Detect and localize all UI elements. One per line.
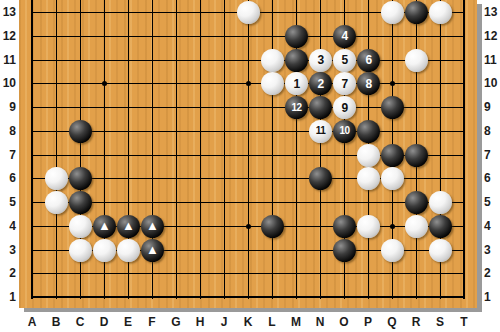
row-label-right-6: 6 (484, 170, 500, 186)
row-label-right-7: 7 (484, 147, 500, 163)
stone-C8-black (69, 120, 92, 143)
row-label-right-11: 11 (484, 52, 500, 68)
grid-line-col-J (224, 0, 225, 299)
move-number-4: 4 (341, 30, 347, 42)
grid-line-col-H (200, 0, 201, 299)
col-label-H: H (191, 314, 209, 330)
hoshi-point-Q4 (390, 224, 395, 229)
triangle-mark-icon: ▲ (146, 219, 159, 232)
move-number-10: 10 (339, 126, 349, 136)
col-label-Q: Q (383, 314, 401, 330)
stone-N9-black (309, 96, 332, 119)
col-label-J: J (215, 314, 233, 330)
grid-line-col-L (272, 0, 273, 299)
row-label-right-8: 8 (484, 123, 500, 139)
stone-P4-white (357, 215, 380, 238)
row-label-left-1: 1 (0, 289, 16, 305)
stone-B5-white (45, 191, 68, 214)
col-label-G: G (167, 314, 185, 330)
stone-O3-black (333, 239, 356, 262)
move-number-1: 1 (293, 78, 299, 90)
stone-D3-white (93, 239, 116, 262)
col-label-N: N (311, 314, 329, 330)
stone-N11-white: 3 (309, 49, 332, 72)
move-number-6: 6 (365, 54, 371, 66)
stone-Q13-white (381, 1, 404, 24)
row-label-right-9: 9 (484, 99, 500, 115)
col-label-K: K (239, 314, 257, 330)
stone-F3-black: ▲ (141, 239, 164, 262)
col-label-B: B (47, 314, 65, 330)
row-label-left-3: 3 (0, 242, 16, 258)
move-number-12: 12 (291, 103, 301, 113)
stone-O8-black: 10 (333, 120, 356, 143)
stone-P7-white (357, 144, 380, 167)
stone-L11-white (261, 49, 284, 72)
move-number-8: 8 (365, 78, 371, 90)
triangle-mark-icon: ▲ (122, 219, 135, 232)
row-label-right-1: 1 (484, 289, 500, 305)
stone-R4-white (405, 215, 428, 238)
grid-line-col-A (31, 0, 33, 299)
stone-N8-white: 11 (309, 120, 332, 143)
move-number-2: 2 (317, 78, 323, 90)
stone-R13-black (405, 1, 428, 24)
grid-line-col-K (248, 0, 249, 299)
stone-O9-white: 9 (333, 96, 356, 119)
row-label-right-5: 5 (484, 194, 500, 210)
stone-Q3-white (381, 239, 404, 262)
stone-Q9-black (381, 96, 404, 119)
row-label-left-2: 2 (0, 265, 16, 281)
move-number-9: 9 (341, 102, 347, 114)
grid-line-row-2 (31, 273, 465, 274)
stone-S13-white (429, 1, 452, 24)
col-label-C: C (71, 314, 89, 330)
col-label-D: D (95, 314, 113, 330)
grid-line-row-11 (31, 60, 465, 61)
col-label-M: M (287, 314, 305, 330)
stone-O12-black: 4 (333, 25, 356, 48)
move-number-7: 7 (341, 78, 347, 90)
row-label-right-13: 13 (484, 4, 500, 20)
row-label-left-9: 9 (0, 99, 16, 115)
row-label-left-13: 13 (0, 4, 16, 20)
row-label-left-10: 10 (0, 75, 16, 91)
stone-O4-black (333, 215, 356, 238)
col-label-A: A (23, 314, 41, 330)
grid-line-col-G (176, 0, 177, 299)
move-number-11: 11 (316, 126, 326, 136)
stone-S4-black (429, 215, 452, 238)
stone-R5-black (405, 191, 428, 214)
stone-S5-white (429, 191, 452, 214)
stone-E4-black: ▲ (117, 215, 140, 238)
row-label-right-2: 2 (484, 265, 500, 281)
triangle-mark-icon: ▲ (146, 243, 159, 256)
row-label-right-12: 12 (484, 28, 500, 44)
row-label-left-11: 11 (0, 52, 16, 68)
stone-C3-white (69, 239, 92, 262)
move-number-5: 5 (341, 54, 347, 66)
grid-line-col-B (56, 0, 57, 299)
grid-line-row-5 (31, 202, 465, 203)
stone-Q7-black (381, 144, 404, 167)
stone-C4-white (69, 215, 92, 238)
col-label-L: L (263, 314, 281, 330)
row-label-left-6: 6 (0, 170, 16, 186)
stone-C5-black (69, 191, 92, 214)
stone-R7-black (405, 144, 428, 167)
row-label-right-3: 3 (484, 242, 500, 258)
col-label-R: R (407, 314, 425, 330)
stone-E3-white (117, 239, 140, 262)
col-label-T: T (455, 314, 473, 330)
col-label-S: S (431, 314, 449, 330)
stone-P11-black: 6 (357, 49, 380, 72)
col-label-E: E (119, 314, 137, 330)
stone-K13-white (237, 1, 260, 24)
grid-line-row-12 (31, 36, 465, 37)
row-label-right-10: 10 (484, 75, 500, 91)
stone-M12-black (285, 25, 308, 48)
go-diagram: 435612781291110▲▲▲▲ 13121110987654321 13… (0, 0, 500, 332)
stone-L4-black (261, 215, 284, 238)
row-label-left-5: 5 (0, 194, 16, 210)
col-label-P: P (359, 314, 377, 330)
col-label-F: F (143, 314, 161, 330)
triangle-mark-icon: ▲ (98, 219, 111, 232)
row-label-left-8: 8 (0, 123, 16, 139)
move-number-3: 3 (317, 54, 323, 66)
stone-M9-black: 12 (285, 96, 308, 119)
hoshi-point-K4 (246, 224, 251, 229)
stone-P8-black (357, 120, 380, 143)
stone-R11-white (405, 49, 428, 72)
row-label-left-4: 4 (0, 218, 16, 234)
grid-line-col-N (320, 0, 321, 299)
stone-O11-white: 5 (333, 49, 356, 72)
stone-F4-black: ▲ (141, 215, 164, 238)
row-label-left-7: 7 (0, 147, 16, 163)
grid-line-col-T (463, 0, 465, 299)
grid-line-row-8 (31, 131, 465, 132)
stone-D4-black: ▲ (93, 215, 116, 238)
col-label-O: O (335, 314, 353, 330)
row-label-right-4: 4 (484, 218, 500, 234)
stone-M11-black (285, 49, 308, 72)
row-label-left-12: 12 (0, 28, 16, 44)
stone-S3-white (429, 239, 452, 262)
grid-line-row-1 (31, 296, 465, 298)
